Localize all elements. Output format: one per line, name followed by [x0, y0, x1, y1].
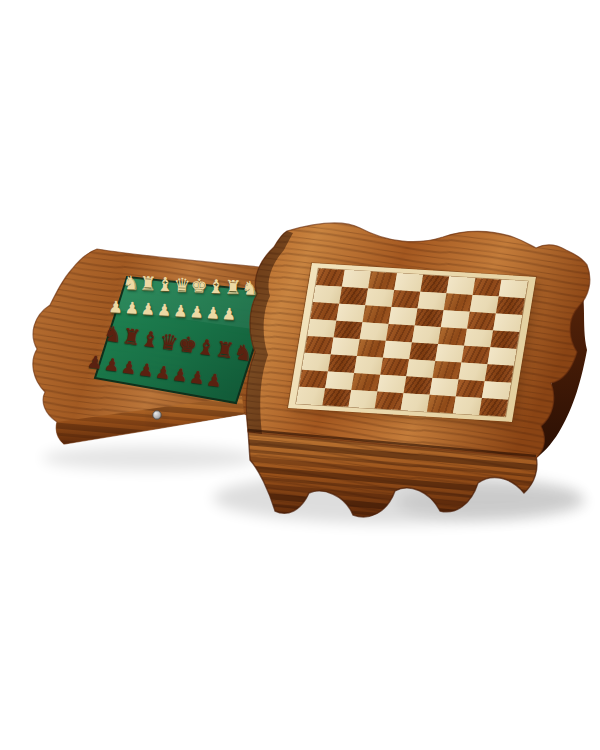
board-square-h6	[493, 313, 522, 332]
chess-piece-white-pawn: ♟	[124, 300, 139, 317]
chess-piece-white-pawn: ♟	[108, 299, 123, 316]
board-square-h3	[485, 364, 514, 383]
board-square-g2	[456, 380, 485, 399]
board-square-d8	[394, 273, 423, 292]
board-square-e4	[409, 342, 438, 361]
board-square-h5	[490, 330, 519, 349]
board-square-g5	[464, 329, 493, 348]
chess-piece-white-knight: ♞	[122, 273, 140, 293]
board-square-c7	[365, 288, 394, 307]
board-square-d5	[386, 324, 415, 343]
board-square-g4	[461, 346, 490, 365]
chess-piece-white-pawn: ♟	[189, 304, 204, 321]
board-square-g8	[473, 278, 502, 297]
chess-piece-white-pawn: ♟	[221, 306, 236, 323]
chess-piece-black-knight: ♞	[233, 342, 255, 365]
board-square-f6	[441, 310, 470, 329]
board-square-f8	[446, 276, 475, 295]
board-square-c4	[357, 339, 386, 358]
chess-piece-black-pawn: ♟	[154, 363, 172, 382]
board-square-c5	[360, 322, 389, 341]
board-square-c6	[363, 305, 392, 324]
chessboard	[288, 263, 536, 422]
chess-piece-white-pawn: ♟	[157, 302, 172, 319]
board-square-e6	[415, 309, 444, 328]
chess-piece-white-king: ♚	[190, 276, 208, 296]
product-photo-scene: ♞♜♝♛♚♝♜♞ ♟♟♟♟♟♟♟♟ ♞♜♝♛♚♝♜♞ ♟♟♟♟♟♟♟♟	[0, 0, 600, 750]
chess-piece-black-pawn: ♟	[171, 366, 189, 385]
board-square-d6	[389, 307, 418, 326]
chess-piece-white-knight: ♞	[241, 278, 259, 298]
chess-piece-white-bishop: ♝	[156, 275, 174, 295]
board-square-d3	[380, 358, 409, 377]
board-square-g1	[453, 396, 482, 415]
board-square-e1	[401, 393, 430, 412]
board-square-e7	[418, 292, 447, 311]
board-square-c3	[354, 356, 383, 375]
board-square-a5	[307, 319, 336, 338]
chess-piece-black-pawn: ♟	[205, 371, 223, 390]
board-square-e5	[412, 326, 441, 345]
board-square-b6	[336, 304, 365, 323]
board-square-h7	[496, 297, 525, 316]
chessboard-grid	[296, 268, 527, 416]
board-square-f1	[427, 395, 456, 414]
chess-piece-white-queen: ♛	[173, 275, 191, 295]
chess-piece-black-pawn: ♟	[103, 356, 121, 375]
chess-piece-black-pawn: ♟	[137, 361, 155, 380]
board-square-c1	[349, 390, 378, 409]
board-square-g3	[459, 363, 488, 382]
chess-piece-white-pawn: ♟	[173, 303, 188, 320]
board-square-a4	[305, 336, 334, 355]
board-square-d1	[375, 392, 404, 411]
board-square-c8	[368, 272, 397, 291]
board-square-b4	[331, 338, 360, 357]
chess-piece-black-pawn: ♟	[120, 358, 138, 377]
board-square-g7	[470, 295, 499, 314]
board-square-c2	[351, 373, 380, 392]
board-square-h2	[482, 381, 511, 400]
board-square-g6	[467, 312, 496, 331]
chess-piece-white-pawn: ♟	[205, 305, 220, 322]
board-square-a3	[302, 353, 331, 372]
board-square-a6	[310, 302, 339, 321]
board-square-f3	[432, 361, 461, 380]
board-square-f4	[435, 344, 464, 363]
board-square-b2	[325, 371, 354, 390]
board-square-a2	[299, 370, 328, 389]
board-square-b8	[342, 270, 371, 289]
board-square-a7	[313, 285, 342, 304]
board-square-b7	[339, 287, 368, 306]
chess-piece-black-pawn: ♟	[188, 368, 206, 387]
white-major-pieces-row: ♞♜♝♛♚♝♜♞	[122, 266, 255, 298]
board-square-e3	[406, 359, 435, 378]
chess-piece-white-bishop: ♝	[207, 277, 225, 297]
board-square-h8	[499, 280, 528, 299]
board-square-b3	[328, 354, 357, 373]
chess-piece-white-rook: ♜	[224, 277, 242, 297]
board-square-b5	[334, 321, 363, 340]
board-square-a1	[296, 387, 325, 406]
chess-piece-black-pawn: ♟	[86, 353, 104, 372]
board-square-h4	[488, 347, 517, 366]
board-square-f2	[430, 378, 459, 397]
board-square-e8	[420, 275, 449, 294]
chess-piece-white-pawn: ♟	[140, 301, 155, 318]
board-square-e2	[404, 376, 433, 395]
board-square-d7	[391, 290, 420, 309]
board-square-d2	[377, 375, 406, 394]
board-square-f5	[438, 327, 467, 346]
board-square-h1	[479, 398, 508, 417]
board-square-b1	[322, 388, 351, 407]
board-square-f7	[444, 293, 473, 312]
board-square-d4	[383, 341, 412, 360]
board-square-a8	[316, 268, 345, 287]
chess-piece-white-rook: ♜	[139, 274, 157, 294]
